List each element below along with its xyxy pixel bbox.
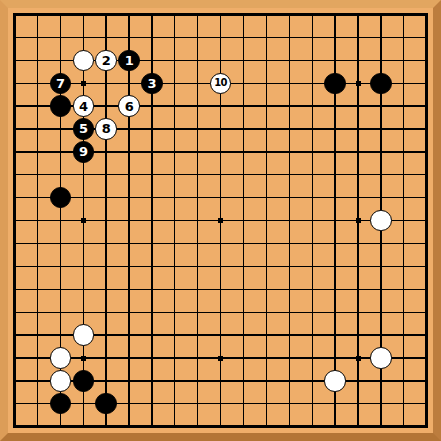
- move-number: 7: [56, 77, 65, 90]
- star-point: [81, 81, 86, 86]
- stone-black: [324, 73, 345, 94]
- star-point: [356, 218, 361, 223]
- move-number: 4: [79, 100, 88, 113]
- stone-white-move-4: 4: [73, 95, 94, 116]
- stone-white: [370, 347, 391, 368]
- move-number: 10: [214, 78, 227, 88]
- go-diagram: 21731046589: [0, 0, 441, 441]
- star-point: [81, 356, 86, 361]
- board-points-layer: 21731046589: [0, 0, 441, 441]
- stone-black-move-1: 1: [118, 50, 139, 71]
- move-number: 9: [79, 145, 88, 158]
- stone-white: [50, 370, 71, 391]
- move-number: 1: [125, 54, 134, 67]
- stone-white: [50, 347, 71, 368]
- stone-white-move-6: 6: [118, 95, 139, 116]
- stone-black: [370, 73, 391, 94]
- stone-black-move-5: 5: [73, 118, 94, 139]
- star-point: [218, 218, 223, 223]
- stone-black: [50, 393, 71, 414]
- move-number: 6: [125, 100, 134, 113]
- move-number: 8: [102, 122, 111, 135]
- star-point: [356, 356, 361, 361]
- move-number: 3: [148, 77, 157, 90]
- move-number: 2: [102, 54, 111, 67]
- stone-black-move-9: 9: [73, 141, 94, 162]
- stone-black: [95, 393, 116, 414]
- stone-white: [73, 50, 94, 71]
- stone-white: [324, 370, 345, 391]
- stone-white: [73, 324, 94, 345]
- stone-white-move-8: 8: [95, 118, 116, 139]
- stone-black: [50, 95, 71, 116]
- move-number: 5: [79, 122, 88, 135]
- stone-white: [370, 210, 391, 231]
- stone-white-move-10: 10: [210, 73, 231, 94]
- star-point: [81, 218, 86, 223]
- stone-black-move-7: 7: [50, 73, 71, 94]
- star-point: [218, 356, 223, 361]
- star-point: [356, 81, 361, 86]
- stone-black-move-3: 3: [141, 73, 162, 94]
- stone-black: [73, 370, 94, 391]
- stone-black: [50, 187, 71, 208]
- stone-white-move-2: 2: [95, 50, 116, 71]
